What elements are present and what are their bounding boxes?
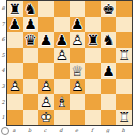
square-f5[interactable] [85, 48, 101, 64]
square-g1[interactable] [101, 110, 117, 126]
white-pawn: ♙︎ [54, 48, 70, 64]
square-f7[interactable] [85, 17, 101, 33]
square-b7[interactable]: ♟︎ [23, 17, 39, 33]
rank-label-3: 3 [0, 84, 6, 89]
square-c8[interactable] [38, 1, 54, 17]
white-rook-fill: ♜︎ [116, 48, 132, 64]
file-label-b: b [25, 128, 35, 133]
square-f3[interactable] [85, 79, 101, 95]
square-b6[interactable]: ♛︎ [23, 32, 39, 48]
black-king: ♚︎ [101, 1, 117, 17]
white-queen: ♕︎ [70, 63, 86, 79]
white-pawn: ♙︎ [38, 79, 54, 95]
square-c1[interactable]: ♚︎♔︎ [38, 110, 54, 126]
side-to-move-indicator [1, 127, 9, 135]
black-pawn: ♟︎ [101, 63, 117, 79]
square-b4[interactable] [23, 63, 39, 79]
black-queen: ♛︎ [23, 32, 39, 48]
rank-label-5: 5 [0, 53, 6, 58]
square-a3[interactable]: ♟︎♙︎ [7, 79, 23, 95]
file-label-a: a [9, 128, 19, 133]
square-c7[interactable] [38, 17, 54, 33]
square-h5[interactable]: ♜︎♖︎ [116, 48, 132, 64]
square-b3[interactable] [23, 79, 39, 95]
square-b8[interactable]: ♞︎ [23, 1, 39, 17]
rank-label-2: 2 [0, 100, 6, 105]
white-pawn: ♙︎ [7, 79, 23, 95]
square-h8[interactable] [116, 1, 132, 17]
square-b5[interactable] [23, 48, 39, 64]
file-label-d: d [56, 128, 66, 133]
black-pawn: ♟︎ [38, 32, 54, 48]
square-c6[interactable]: ♟︎ [38, 32, 54, 48]
square-a5[interactable] [7, 48, 23, 64]
square-g4[interactable]: ♟︎ [101, 63, 117, 79]
white-pawn-fill: ♟︎ [38, 94, 54, 110]
square-f2[interactable] [85, 94, 101, 110]
square-h3[interactable] [116, 79, 132, 95]
white-pawn-fill: ♟︎ [70, 32, 86, 48]
square-d1[interactable] [54, 110, 70, 126]
white-rook-fill: ♜︎ [116, 110, 132, 126]
black-pawn: ♟︎ [7, 17, 23, 33]
rank-label-4: 4 [0, 68, 6, 73]
black-pawn: ♟︎ [23, 17, 39, 33]
square-h6[interactable] [116, 32, 132, 48]
square-c4[interactable] [38, 63, 54, 79]
square-f6[interactable]: ♜︎ [85, 32, 101, 48]
square-d4[interactable] [54, 63, 70, 79]
black-knight: ♞︎ [101, 32, 117, 48]
square-a8[interactable]: ♜︎ [7, 1, 23, 17]
square-h1[interactable]: ♜︎♖︎ [116, 110, 132, 126]
square-g2[interactable] [101, 94, 117, 110]
square-h4[interactable] [116, 63, 132, 79]
square-d6[interactable]: ♟︎ [54, 32, 70, 48]
square-g8[interactable]: ♚︎ [101, 1, 117, 17]
square-e8[interactable] [70, 1, 86, 17]
square-a4[interactable] [7, 63, 23, 79]
square-g7[interactable] [101, 17, 117, 33]
white-bishop: ♗︎ [54, 94, 70, 110]
square-b1[interactable] [23, 110, 39, 126]
square-g5[interactable] [101, 48, 117, 64]
chess-board: ♜︎♞︎♚︎♟︎♟︎♟︎♛︎♟︎♟︎♟︎♙︎♜︎♞︎♟︎♙︎♜︎♖︎♛︎♕︎♟︎… [6, 0, 133, 126]
square-g6[interactable]: ♞︎ [101, 32, 117, 48]
square-e5[interactable] [70, 48, 86, 64]
square-e4[interactable]: ♛︎♕︎ [70, 63, 86, 79]
white-pawn: ♙︎ [70, 79, 86, 95]
square-e3[interactable]: ♟︎♙︎ [70, 79, 86, 95]
file-label-g: g [103, 128, 113, 133]
square-a2[interactable] [7, 94, 23, 110]
black-rook: ♜︎ [85, 32, 101, 48]
chess-diagram: ♜︎♞︎♚︎♟︎♟︎♟︎♛︎♟︎♟︎♟︎♙︎♜︎♞︎♟︎♙︎♜︎♖︎♛︎♕︎♟︎… [0, 0, 135, 135]
square-e6[interactable]: ♟︎♙︎ [70, 32, 86, 48]
white-king: ♔︎ [38, 110, 54, 126]
file-label-e: e [71, 128, 81, 133]
black-pawn: ♟︎ [54, 32, 70, 48]
square-g3[interactable] [101, 79, 117, 95]
square-d2[interactable]: ♝︎♗︎ [54, 94, 70, 110]
white-king-fill: ♚︎ [38, 110, 54, 126]
square-d7[interactable] [54, 17, 70, 33]
white-pawn-fill: ♟︎ [54, 48, 70, 64]
square-e2[interactable] [70, 94, 86, 110]
square-e7[interactable]: ♟︎ [70, 17, 86, 33]
white-rook: ♖︎ [116, 48, 132, 64]
black-rook: ♜︎ [7, 1, 23, 17]
square-a7[interactable]: ♟︎ [7, 17, 23, 33]
black-knight: ♞︎ [23, 1, 39, 17]
rank-label-6: 6 [0, 37, 6, 42]
rank-label-8: 8 [0, 6, 6, 11]
square-f1[interactable] [85, 110, 101, 126]
white-pawn-fill: ♟︎ [38, 79, 54, 95]
square-e1[interactable] [70, 110, 86, 126]
square-c2[interactable]: ♟︎♙︎ [38, 94, 54, 110]
square-f4[interactable] [85, 63, 101, 79]
square-d3[interactable] [54, 79, 70, 95]
white-bishop-fill: ♝︎ [54, 94, 70, 110]
square-d8[interactable] [54, 1, 70, 17]
square-a6[interactable] [7, 32, 23, 48]
white-pawn-fill: ♟︎ [7, 79, 23, 95]
white-queen-fill: ♛︎ [70, 63, 86, 79]
rank-label-1: 1 [0, 115, 6, 120]
rank-label-7: 7 [0, 22, 6, 27]
white-pawn-fill: ♟︎ [70, 79, 86, 95]
white-rook: ♖︎ [116, 110, 132, 126]
square-h7[interactable] [116, 17, 132, 33]
square-d5[interactable]: ♟︎♙︎ [54, 48, 70, 64]
file-label-h: h [118, 128, 128, 133]
file-label-f: f [87, 128, 97, 133]
square-c5[interactable] [38, 48, 54, 64]
white-pawn: ♙︎ [70, 32, 86, 48]
square-f8[interactable] [85, 1, 101, 17]
square-h2[interactable] [116, 94, 132, 110]
square-a1[interactable] [7, 110, 23, 126]
square-c3[interactable]: ♟︎♙︎ [38, 79, 54, 95]
file-label-c: c [40, 128, 50, 133]
square-b2[interactable] [23, 94, 39, 110]
black-pawn: ♟︎ [70, 17, 86, 33]
white-pawn: ♙︎ [38, 94, 54, 110]
